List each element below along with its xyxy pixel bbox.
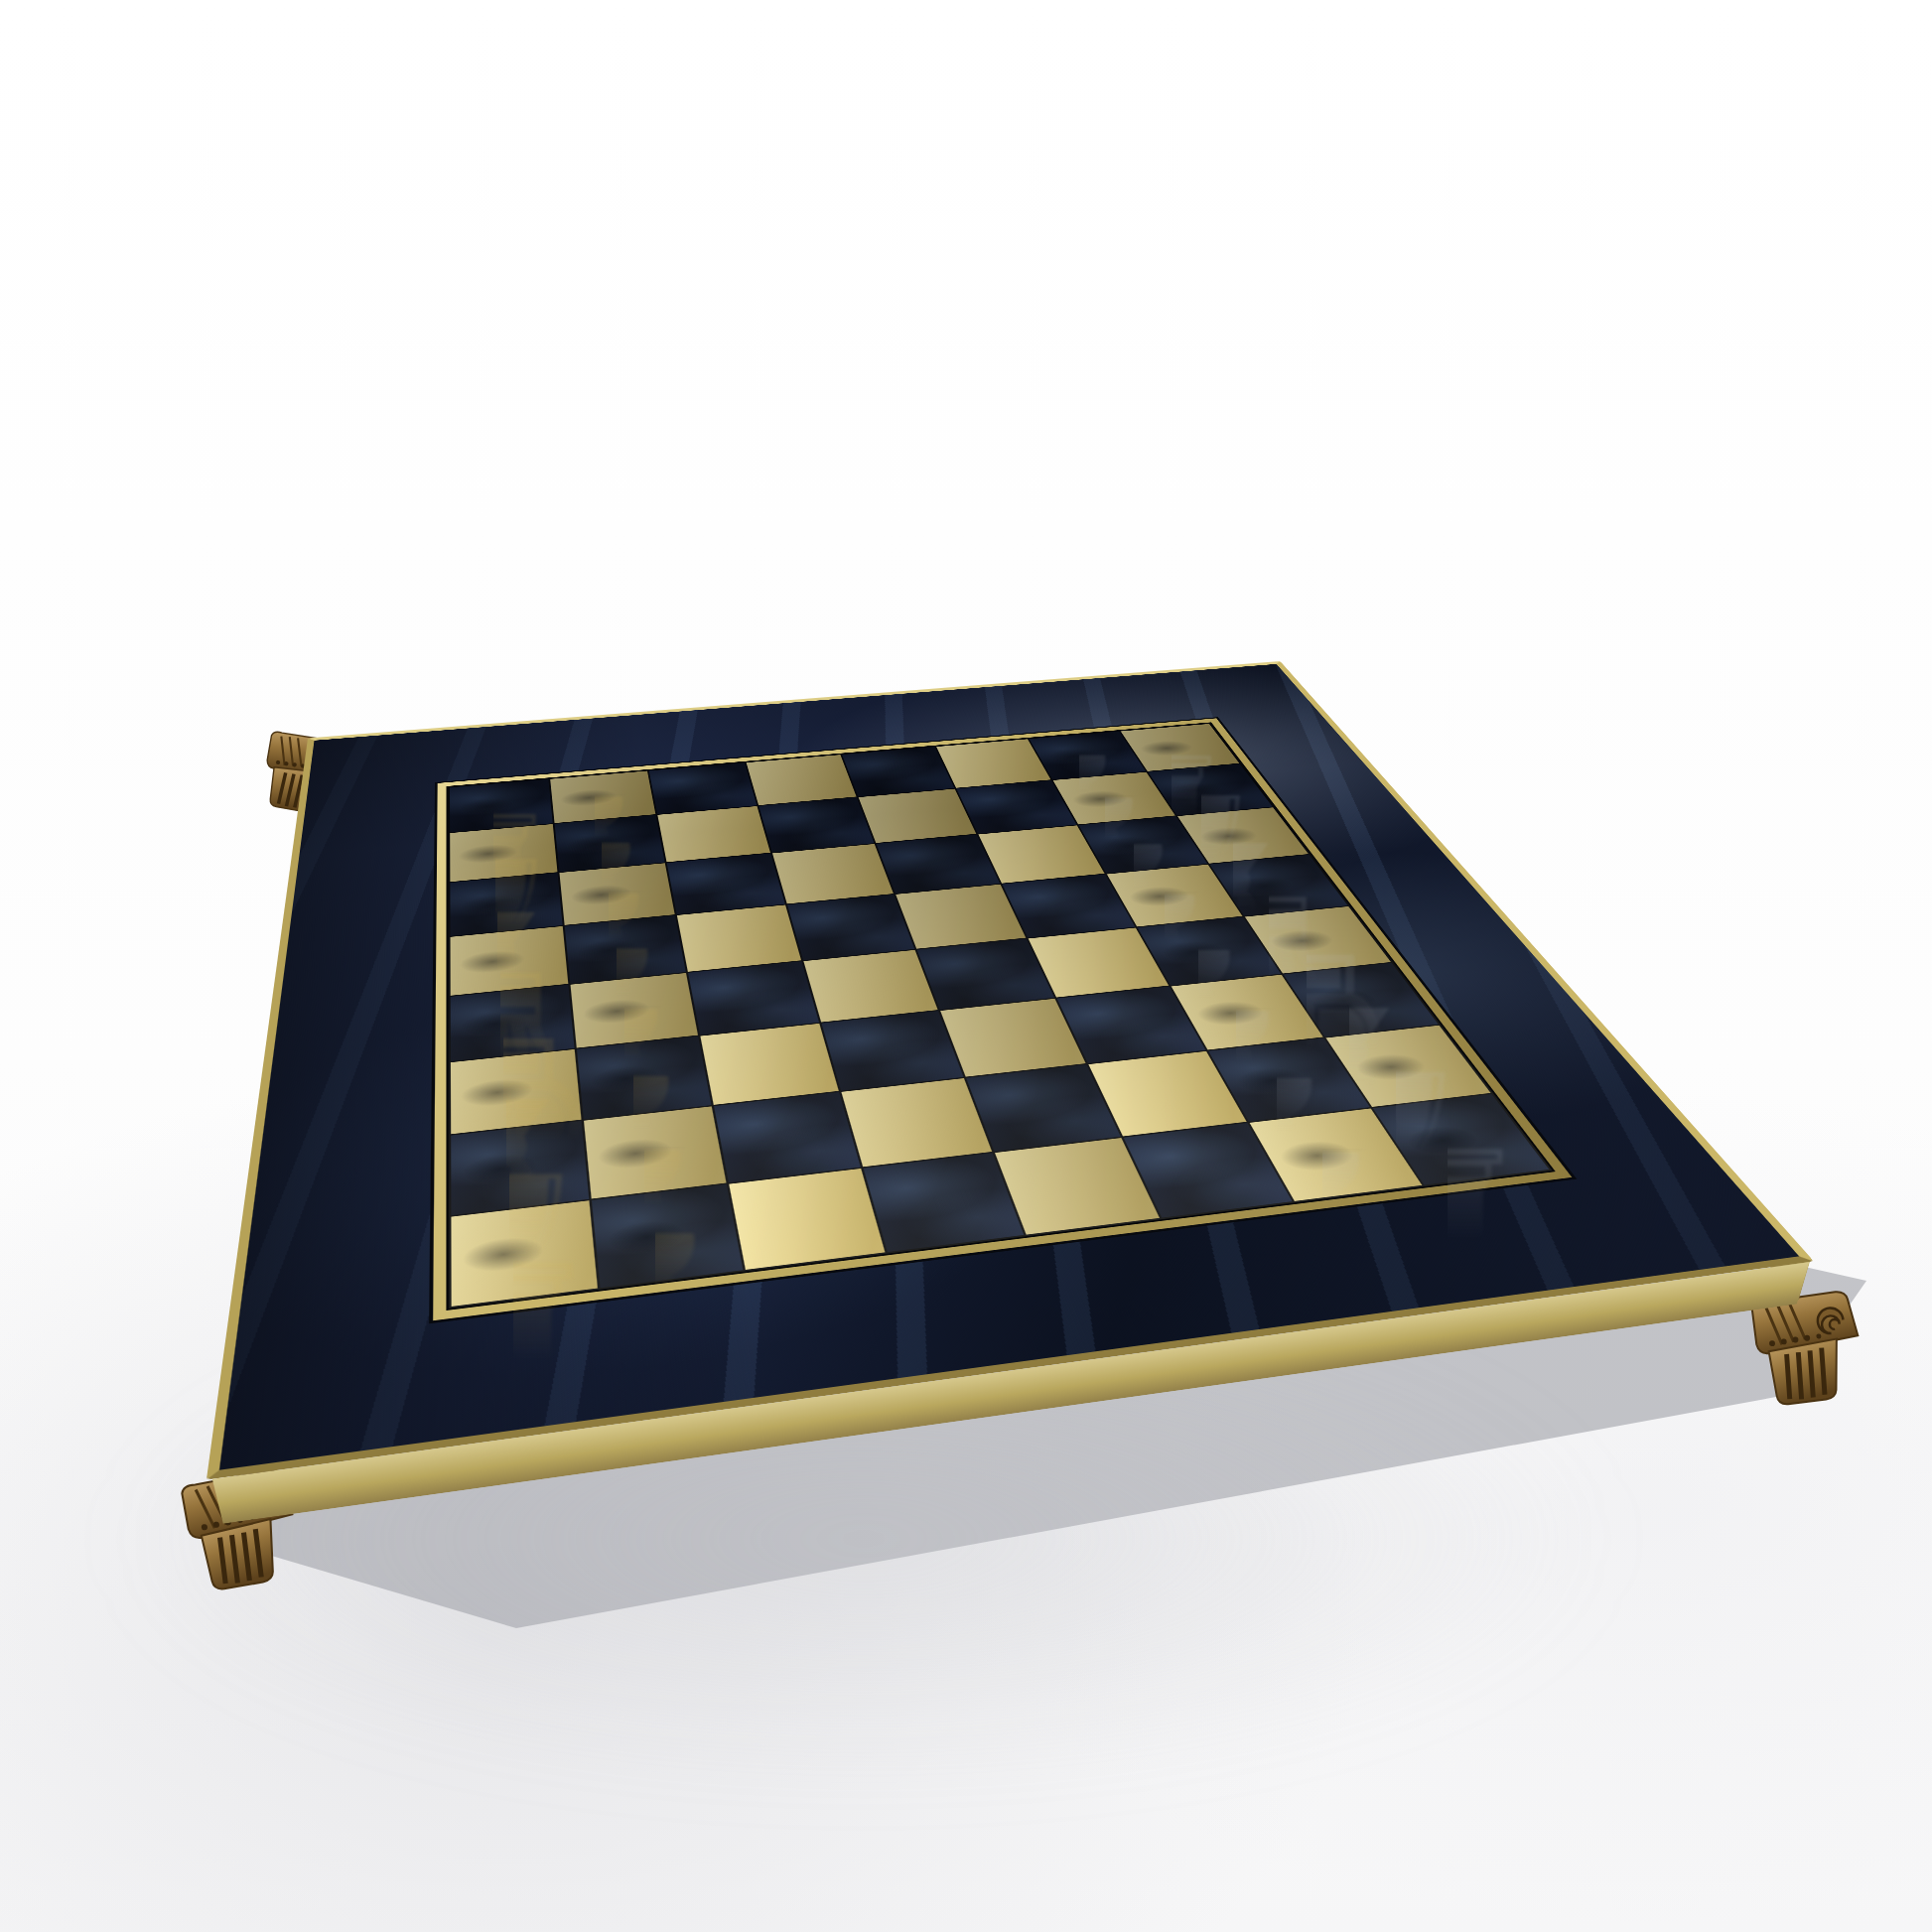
- white-pawn-glyph: ♟: [597, 1110, 713, 1240]
- square-a4[interactable]: [747, 755, 857, 805]
- square-h5[interactable]: [995, 1138, 1160, 1235]
- square-f6[interactable]: [1057, 987, 1206, 1063]
- square-e3[interactable]: [688, 961, 819, 1035]
- square-c3[interactable]: [667, 854, 785, 914]
- square-e4[interactable]: [803, 950, 937, 1023]
- black-pawn-glyph: ♟: [1267, 1035, 1377, 1159]
- square-d4[interactable]: [787, 895, 914, 960]
- chess-board: ♜♜♞♞♝♝♛♛♚♚♝♝♞♞♜♜♟♟♟♟♟♟♟♟♟♟♟♟♟♟♟♟♟♟♟♟♟♟♟♟…: [207, 661, 1814, 1480]
- white-rook-glyph: ♜: [417, 1043, 608, 1256]
- square-c5[interactable]: [877, 835, 1001, 894]
- square-g6[interactable]: [1088, 1051, 1246, 1137]
- square-d3[interactable]: [677, 904, 801, 971]
- square-b5[interactable]: [859, 789, 977, 843]
- square-g3[interactable]: [714, 1092, 861, 1182]
- black-rook-glyph: ♜: [1358, 946, 1535, 1143]
- square-a5[interactable]: [842, 747, 954, 796]
- square-e5[interactable]: [917, 939, 1054, 1010]
- square-h3[interactable]: [729, 1169, 885, 1270]
- square-g5[interactable]: [966, 1064, 1121, 1151]
- square-b3[interactable]: [657, 806, 770, 862]
- square-h4[interactable]: [864, 1153, 1025, 1252]
- square-a3[interactable]: [649, 762, 758, 814]
- square-c4[interactable]: [772, 844, 894, 903]
- square-g4[interactable]: [841, 1078, 992, 1167]
- square-b4[interactable]: [759, 797, 874, 852]
- square-f5[interactable]: [940, 999, 1086, 1077]
- product-photo-stage: ♜♜♞♞♝♝♛♛♚♚♝♝♞♞♜♜♟♟♟♟♟♟♟♟♟♟♟♟♟♟♟♟♟♟♟♟♟♟♟♟…: [0, 0, 1932, 1932]
- scene-3d: ♜♜♞♞♝♝♛♛♚♚♝♝♞♞♜♜♟♟♟♟♟♟♟♟♟♟♟♟♟♟♟♟♟♟♟♟♟♟♟♟…: [0, 0, 1932, 1932]
- square-f4[interactable]: [821, 1011, 963, 1090]
- square-f3[interactable]: [700, 1024, 838, 1105]
